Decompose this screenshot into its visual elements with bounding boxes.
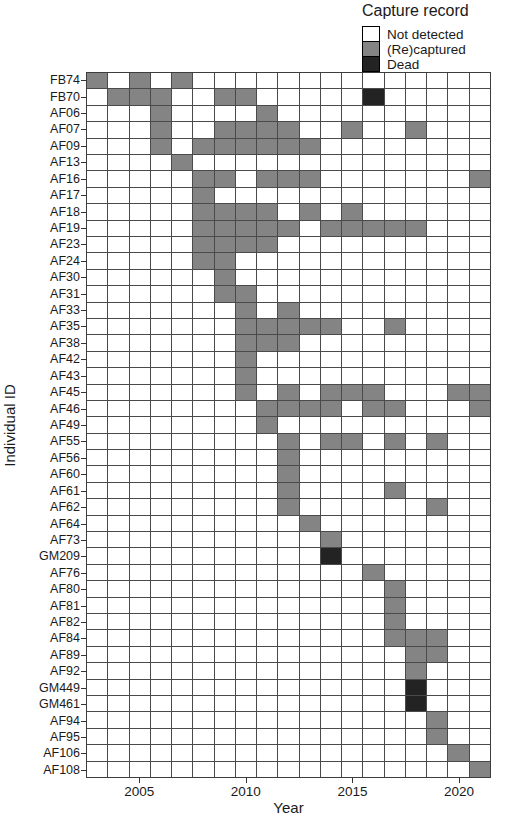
cell (278, 73, 298, 88)
cell (300, 253, 320, 268)
cell (193, 614, 213, 629)
cell (172, 712, 192, 727)
cell (342, 106, 362, 121)
cell (108, 630, 128, 645)
cell (87, 122, 107, 137)
cell (363, 614, 383, 629)
cell (108, 647, 128, 662)
cell (172, 499, 192, 514)
cell (215, 483, 235, 498)
cell (321, 712, 341, 727)
cell (172, 286, 192, 301)
cell (257, 630, 277, 645)
cell (215, 253, 235, 268)
legend-item: Not detected (362, 27, 469, 42)
cell (385, 368, 405, 383)
cell (172, 696, 192, 711)
cell (385, 729, 405, 744)
cell (236, 171, 256, 186)
cell (151, 614, 171, 629)
cell (385, 253, 405, 268)
cell (363, 73, 383, 88)
row-label: AF80 (10, 583, 80, 595)
row-label: AF38 (10, 337, 80, 349)
cell (236, 352, 256, 367)
cell (427, 155, 447, 170)
y-tick (81, 179, 86, 180)
row-label: AF33 (10, 304, 80, 316)
cell (470, 712, 490, 727)
cell (406, 221, 426, 236)
cell (215, 303, 235, 318)
cell (172, 614, 192, 629)
cell (278, 565, 298, 580)
cell (300, 73, 320, 88)
cell (87, 548, 107, 563)
cell (172, 155, 192, 170)
cell (130, 581, 150, 596)
y-tick (81, 573, 86, 574)
cell (385, 434, 405, 449)
cell (108, 401, 128, 416)
cell (215, 614, 235, 629)
cell (363, 581, 383, 596)
cell (363, 270, 383, 285)
cell (278, 204, 298, 219)
cell (448, 647, 468, 662)
cell (427, 352, 447, 367)
cell (172, 729, 192, 744)
cell (470, 466, 490, 481)
cell (193, 712, 213, 727)
cell (193, 106, 213, 121)
cell (406, 106, 426, 121)
cell (385, 516, 405, 531)
cell (193, 188, 213, 203)
cell (151, 745, 171, 760)
cell (130, 614, 150, 629)
cell (300, 139, 320, 154)
cell (278, 401, 298, 416)
cell (406, 368, 426, 383)
cell (363, 171, 383, 186)
cell (363, 516, 383, 531)
cell (215, 532, 235, 547)
cell (342, 319, 362, 334)
cell (236, 663, 256, 678)
cell (427, 368, 447, 383)
cell (257, 532, 277, 547)
cell (321, 253, 341, 268)
cell (151, 729, 171, 744)
cell (278, 368, 298, 383)
cell (470, 532, 490, 547)
cell (257, 614, 277, 629)
cell (448, 565, 468, 580)
cell (470, 401, 490, 416)
cell (470, 483, 490, 498)
cell (470, 680, 490, 695)
cell (300, 385, 320, 400)
cell (427, 614, 447, 629)
cell (470, 548, 490, 563)
cell (448, 286, 468, 301)
cell (363, 417, 383, 432)
cell (236, 581, 256, 596)
cell (321, 221, 341, 236)
cell (300, 745, 320, 760)
row-label: AF13 (10, 156, 80, 168)
cell (215, 565, 235, 580)
cell (236, 532, 256, 547)
cell (215, 270, 235, 285)
cell (87, 188, 107, 203)
cell (448, 171, 468, 186)
cell (427, 712, 447, 727)
cell (215, 319, 235, 334)
cell (87, 335, 107, 350)
cell (278, 614, 298, 629)
cell (321, 614, 341, 629)
cell (406, 188, 426, 203)
cell (321, 319, 341, 334)
y-tick (81, 425, 86, 426)
cell (130, 139, 150, 154)
y-tick (81, 491, 86, 492)
cell (406, 581, 426, 596)
cell (130, 221, 150, 236)
cell (342, 483, 362, 498)
cell (321, 385, 341, 400)
cell (470, 122, 490, 137)
cell (108, 204, 128, 219)
cell (363, 680, 383, 695)
cell (300, 729, 320, 744)
cell (470, 73, 490, 88)
cell (215, 221, 235, 236)
cell (215, 762, 235, 777)
cell (257, 483, 277, 498)
cell (300, 696, 320, 711)
cell (130, 647, 150, 662)
y-tick (81, 129, 86, 130)
cell (215, 89, 235, 104)
cell (130, 499, 150, 514)
cell (278, 221, 298, 236)
y-tick (81, 310, 86, 311)
cell (108, 122, 128, 137)
cell (406, 680, 426, 695)
cell (236, 73, 256, 88)
cell (448, 663, 468, 678)
cell (342, 253, 362, 268)
cell (278, 106, 298, 121)
cell (172, 598, 192, 613)
cell (342, 598, 362, 613)
cell (172, 450, 192, 465)
cell (363, 385, 383, 400)
cell (300, 516, 320, 531)
cell (236, 204, 256, 219)
cell (363, 630, 383, 645)
cell (321, 434, 341, 449)
cell (363, 483, 383, 498)
cell (172, 434, 192, 449)
cell (470, 565, 490, 580)
cell (300, 319, 320, 334)
cell (172, 483, 192, 498)
cell (321, 598, 341, 613)
y-tick (81, 688, 86, 689)
x-tick (459, 778, 460, 783)
cell (87, 385, 107, 400)
cell (215, 385, 235, 400)
cell (342, 417, 362, 432)
cell (215, 516, 235, 531)
cell (385, 483, 405, 498)
cell (321, 155, 341, 170)
cell (321, 270, 341, 285)
cell (172, 253, 192, 268)
cell (108, 188, 128, 203)
cell (108, 171, 128, 186)
cell (448, 335, 468, 350)
cell (427, 630, 447, 645)
cell (130, 434, 150, 449)
cell (236, 762, 256, 777)
cell (130, 680, 150, 695)
cell (172, 204, 192, 219)
cell (321, 352, 341, 367)
x-tick-label: 2015 (330, 784, 374, 799)
cell (385, 598, 405, 613)
cell (151, 303, 171, 318)
cell (87, 581, 107, 596)
cell (470, 237, 490, 252)
cell (427, 729, 447, 744)
cell (321, 450, 341, 465)
cell (385, 663, 405, 678)
cell (87, 729, 107, 744)
y-tick (81, 540, 86, 541)
cell (130, 745, 150, 760)
cell (278, 155, 298, 170)
cell (342, 385, 362, 400)
cell (470, 745, 490, 760)
cell (427, 581, 447, 596)
y-tick (81, 524, 86, 525)
cell (278, 499, 298, 514)
cell (108, 483, 128, 498)
cell (215, 680, 235, 695)
cell (385, 139, 405, 154)
cell (257, 319, 277, 334)
cell (215, 155, 235, 170)
legend-swatch-dead (362, 56, 380, 72)
cell (470, 106, 490, 121)
cell (215, 73, 235, 88)
cell (257, 352, 277, 367)
cell (363, 188, 383, 203)
cell (278, 237, 298, 252)
cell (321, 303, 341, 318)
cell (342, 548, 362, 563)
cell (321, 647, 341, 662)
cell (193, 73, 213, 88)
cell (363, 237, 383, 252)
y-tick (81, 409, 86, 410)
row-label: AF106 (10, 747, 80, 759)
cell (300, 614, 320, 629)
cell (215, 630, 235, 645)
cell (215, 417, 235, 432)
cell (87, 762, 107, 777)
cell (151, 155, 171, 170)
cell (278, 516, 298, 531)
cell (215, 647, 235, 662)
cell (342, 188, 362, 203)
cell (215, 335, 235, 350)
cell (278, 434, 298, 449)
cell (87, 270, 107, 285)
cell (278, 319, 298, 334)
cell (342, 647, 362, 662)
cell (427, 680, 447, 695)
cell (130, 696, 150, 711)
cell (151, 204, 171, 219)
cell (470, 286, 490, 301)
cell (321, 745, 341, 760)
cell (406, 417, 426, 432)
row-label: AF94 (10, 715, 80, 727)
row-label: AF95 (10, 731, 80, 743)
cell (385, 335, 405, 350)
cell (236, 368, 256, 383)
cell (385, 106, 405, 121)
row-label: GM461 (10, 698, 80, 710)
cell (278, 286, 298, 301)
cell (236, 565, 256, 580)
cell (193, 139, 213, 154)
cell (363, 696, 383, 711)
cell (108, 221, 128, 236)
cell (363, 745, 383, 760)
cell (151, 762, 171, 777)
cell (363, 499, 383, 514)
cell (278, 712, 298, 727)
legend-label: Not detected (387, 27, 464, 42)
cell (130, 516, 150, 531)
cell (130, 237, 150, 252)
cell (300, 581, 320, 596)
cell (406, 319, 426, 334)
cell (172, 171, 192, 186)
cell (427, 286, 447, 301)
y-tick (81, 458, 86, 459)
cell (87, 106, 107, 121)
cell (300, 171, 320, 186)
cell (300, 680, 320, 695)
cell (406, 270, 426, 285)
cell (108, 417, 128, 432)
cell (406, 762, 426, 777)
cell (385, 466, 405, 481)
cell (363, 106, 383, 121)
cell (87, 450, 107, 465)
cell (406, 401, 426, 416)
cell (215, 106, 235, 121)
cell (172, 221, 192, 236)
cell (151, 139, 171, 154)
cell (215, 401, 235, 416)
cell (448, 499, 468, 514)
cell (321, 762, 341, 777)
cell (448, 581, 468, 596)
cell (193, 401, 213, 416)
figure-capture-record-heatmap: Capture record Not detected(Re)capturedD… (0, 0, 510, 816)
cell (406, 450, 426, 465)
cell (130, 73, 150, 88)
cell (321, 368, 341, 383)
cell (427, 319, 447, 334)
cell (385, 401, 405, 416)
cell (257, 270, 277, 285)
legend-swatch--re-captured (362, 41, 380, 57)
cell (363, 204, 383, 219)
cell (236, 417, 256, 432)
cell (342, 762, 362, 777)
cell (448, 762, 468, 777)
cell (172, 303, 192, 318)
cell (172, 237, 192, 252)
row-label: AF60 (10, 468, 80, 480)
y-tick (81, 556, 86, 557)
cell (406, 696, 426, 711)
cell (406, 516, 426, 531)
cell (448, 122, 468, 137)
cell (257, 434, 277, 449)
cell (448, 106, 468, 121)
cell (151, 532, 171, 547)
cell (406, 466, 426, 481)
cell (363, 434, 383, 449)
row-label: AF46 (10, 403, 80, 415)
cell (151, 598, 171, 613)
cell (236, 548, 256, 563)
cell (172, 630, 192, 645)
cell (406, 171, 426, 186)
cell (385, 155, 405, 170)
cell (130, 368, 150, 383)
legend-swatch-not-detected (362, 26, 380, 42)
cell (257, 696, 277, 711)
cell (385, 680, 405, 695)
cell (427, 417, 447, 432)
cell (363, 89, 383, 104)
cell (87, 434, 107, 449)
cell (406, 434, 426, 449)
cell (363, 319, 383, 334)
cell (448, 696, 468, 711)
cell (193, 417, 213, 432)
cell (87, 417, 107, 432)
cell (300, 89, 320, 104)
cell (406, 745, 426, 760)
cell (278, 253, 298, 268)
y-tick (81, 261, 86, 262)
cell (151, 581, 171, 596)
cell (257, 171, 277, 186)
